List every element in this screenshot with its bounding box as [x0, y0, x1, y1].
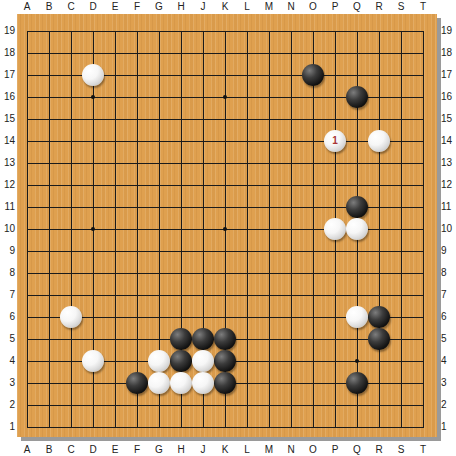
black-stone-K5 — [214, 328, 236, 350]
row-label-right-14: 14 — [441, 134, 456, 147]
column-label-bottom-S: S — [392, 443, 410, 456]
go-diagram: 1 AA1919BB1818CC1717DD1616EE1515FF1414GG… — [0, 0, 456, 456]
grid-line-vertical-L — [247, 31, 248, 428]
black-stone-Q16 — [346, 86, 368, 108]
column-label-top-M: M — [260, 0, 278, 13]
row-label-left-10: 10 — [0, 222, 15, 235]
row-label-right-6: 6 — [441, 310, 456, 323]
row-label-right-2: 2 — [441, 398, 456, 411]
grid-line-vertical-N — [291, 31, 292, 428]
star-point-K16 — [223, 95, 227, 99]
row-label-right-8: 8 — [441, 266, 456, 279]
row-label-right-16: 16 — [441, 90, 456, 103]
column-label-top-B: B — [40, 0, 58, 13]
white-stone-P10 — [324, 218, 346, 240]
row-label-left-4: 4 — [0, 354, 15, 367]
black-stone-J5 — [192, 328, 214, 350]
column-label-top-R: R — [370, 0, 388, 13]
column-label-bottom-E: E — [106, 443, 124, 456]
goban[interactable]: 1 — [17, 14, 437, 437]
move-number-label: 1 — [332, 136, 338, 146]
column-label-bottom-C: C — [62, 443, 80, 456]
column-label-bottom-A: A — [18, 443, 36, 456]
black-stone-H5 — [170, 328, 192, 350]
row-label-right-4: 4 — [441, 354, 456, 367]
black-stone-O17 — [302, 64, 324, 86]
black-stone-Q11 — [346, 196, 368, 218]
white-stone-C6 — [60, 306, 82, 328]
row-label-left-18: 18 — [0, 46, 15, 59]
row-label-left-15: 15 — [0, 112, 15, 125]
column-label-top-F: F — [128, 0, 146, 13]
row-label-right-18: 18 — [441, 46, 456, 59]
white-stone-D17 — [82, 64, 104, 86]
row-label-right-5: 5 — [441, 332, 456, 345]
column-label-top-C: C — [62, 0, 80, 13]
black-stone-H4 — [170, 350, 192, 372]
white-stone-P14: 1 — [324, 130, 346, 152]
row-label-left-14: 14 — [0, 134, 15, 147]
white-stone-G4 — [148, 350, 170, 372]
white-stone-Q6 — [346, 306, 368, 328]
grid-line-vertical-R — [379, 31, 380, 428]
column-label-top-K: K — [216, 0, 234, 13]
grid-line-vertical-T — [423, 31, 424, 428]
white-stone-J4 — [192, 350, 214, 372]
column-label-bottom-G: G — [150, 443, 168, 456]
column-label-top-G: G — [150, 0, 168, 13]
column-label-top-P: P — [326, 0, 344, 13]
column-label-bottom-L: L — [238, 443, 256, 456]
grid-line-horizontal-8 — [27, 273, 424, 274]
black-stone-R5 — [368, 328, 390, 350]
row-label-right-13: 13 — [441, 156, 456, 169]
column-label-bottom-K: K — [216, 443, 234, 456]
row-label-right-11: 11 — [441, 200, 456, 213]
column-label-bottom-J: J — [194, 443, 212, 456]
column-label-bottom-F: F — [128, 443, 146, 456]
row-label-left-16: 16 — [0, 90, 15, 103]
grid-line-vertical-M — [269, 31, 270, 428]
white-stone-H3 — [170, 372, 192, 394]
column-label-bottom-M: M — [260, 443, 278, 456]
star-point-D16 — [91, 95, 95, 99]
column-label-bottom-N: N — [282, 443, 300, 456]
column-label-top-S: S — [392, 0, 410, 13]
row-label-left-8: 8 — [0, 266, 15, 279]
row-label-left-1: 1 — [0, 420, 15, 433]
black-stone-F3 — [126, 372, 148, 394]
star-point-K10 — [223, 227, 227, 231]
row-label-right-3: 3 — [441, 376, 456, 389]
column-label-bottom-H: H — [172, 443, 190, 456]
star-point-Q4 — [355, 359, 359, 363]
white-stone-G3 — [148, 372, 170, 394]
column-label-top-J: J — [194, 0, 212, 13]
column-label-top-T: T — [414, 0, 432, 13]
row-label-right-1: 1 — [441, 420, 456, 433]
row-label-right-7: 7 — [441, 288, 456, 301]
column-label-bottom-R: R — [370, 443, 388, 456]
grid-line-vertical-O — [313, 31, 314, 428]
row-label-right-10: 10 — [441, 222, 456, 235]
grid-line-horizontal-9 — [27, 251, 424, 252]
row-label-left-19: 19 — [0, 24, 15, 37]
row-label-left-6: 6 — [0, 310, 15, 323]
row-label-left-2: 2 — [0, 398, 15, 411]
column-label-bottom-O: O — [304, 443, 322, 456]
column-label-top-D: D — [84, 0, 102, 13]
grid-line-horizontal-1 — [27, 427, 424, 428]
column-label-top-E: E — [106, 0, 124, 13]
row-label-right-9: 9 — [441, 244, 456, 257]
row-label-left-3: 3 — [0, 376, 15, 389]
black-stone-Q3 — [346, 372, 368, 394]
row-label-left-9: 9 — [0, 244, 15, 257]
white-stone-Q10 — [346, 218, 368, 240]
column-label-bottom-T: T — [414, 443, 432, 456]
column-label-top-Q: Q — [348, 0, 366, 13]
row-label-left-13: 13 — [0, 156, 15, 169]
grid-line-vertical-S — [401, 31, 402, 428]
row-label-right-12: 12 — [441, 178, 456, 191]
star-point-D10 — [91, 227, 95, 231]
row-label-left-12: 12 — [0, 178, 15, 191]
column-label-bottom-P: P — [326, 443, 344, 456]
column-label-top-L: L — [238, 0, 256, 13]
white-stone-R14 — [368, 130, 390, 152]
row-label-right-17: 17 — [441, 68, 456, 81]
row-label-right-19: 19 — [441, 24, 456, 37]
black-stone-K4 — [214, 350, 236, 372]
column-label-bottom-D: D — [84, 443, 102, 456]
column-label-top-H: H — [172, 0, 190, 13]
row-label-right-15: 15 — [441, 112, 456, 125]
grid-line-horizontal-7 — [27, 295, 424, 296]
grid-line-horizontal-2 — [27, 405, 424, 406]
column-label-top-O: O — [304, 0, 322, 13]
row-label-left-5: 5 — [0, 332, 15, 345]
white-stone-J3 — [192, 372, 214, 394]
black-stone-K3 — [214, 372, 236, 394]
row-label-left-7: 7 — [0, 288, 15, 301]
column-label-bottom-B: B — [40, 443, 58, 456]
row-label-left-11: 11 — [0, 200, 15, 213]
black-stone-R6 — [368, 306, 390, 328]
column-label-top-A: A — [18, 0, 36, 13]
column-label-bottom-Q: Q — [348, 443, 366, 456]
column-label-top-N: N — [282, 0, 300, 13]
row-label-left-17: 17 — [0, 68, 15, 81]
white-stone-D4 — [82, 350, 104, 372]
